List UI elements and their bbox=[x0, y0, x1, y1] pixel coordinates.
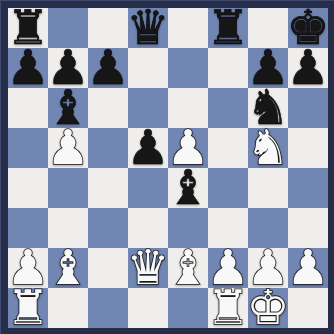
piece-black-pawn[interactable]: ♟ bbox=[126, 123, 169, 171]
piece-black-pawn[interactable]: ♟ bbox=[286, 43, 329, 91]
square-e8[interactable] bbox=[168, 8, 208, 48]
square-f8[interactable]: ♜ bbox=[208, 8, 248, 48]
square-c5[interactable] bbox=[88, 128, 128, 168]
square-f4[interactable] bbox=[208, 168, 248, 208]
square-e4[interactable]: ♝ bbox=[168, 168, 208, 208]
board-frame: ♜♛♜♚♟♟♟♟♟♝♞♟♟♟♞♝♟♝♛♝♟♟♟♜♜♚ bbox=[0, 0, 334, 334]
piece-white-pawn[interactable]: ♟ bbox=[46, 123, 89, 171]
square-e2[interactable]: ♝ bbox=[168, 248, 208, 288]
square-e7[interactable] bbox=[168, 48, 208, 88]
square-a1[interactable]: ♜ bbox=[8, 288, 48, 328]
square-c3[interactable] bbox=[88, 208, 128, 248]
piece-white-rook[interactable]: ♜ bbox=[6, 283, 49, 331]
square-f1[interactable]: ♜ bbox=[208, 288, 248, 328]
square-h7[interactable]: ♟ bbox=[288, 48, 328, 88]
square-c1[interactable] bbox=[88, 288, 128, 328]
piece-white-bishop[interactable]: ♝ bbox=[166, 243, 209, 291]
piece-black-pawn[interactable]: ♟ bbox=[6, 43, 49, 91]
square-b5[interactable]: ♟ bbox=[48, 128, 88, 168]
square-a5[interactable] bbox=[8, 128, 48, 168]
piece-white-rook[interactable]: ♜ bbox=[206, 283, 249, 331]
square-c2[interactable] bbox=[88, 248, 128, 288]
square-h2[interactable]: ♟ bbox=[288, 248, 328, 288]
piece-white-knight[interactable]: ♞ bbox=[246, 123, 289, 171]
piece-white-queen[interactable]: ♛ bbox=[126, 243, 169, 291]
square-f5[interactable] bbox=[208, 128, 248, 168]
piece-white-bishop[interactable]: ♝ bbox=[46, 243, 89, 291]
square-f6[interactable] bbox=[208, 88, 248, 128]
piece-black-bishop[interactable]: ♝ bbox=[166, 163, 209, 211]
piece-black-queen[interactable]: ♛ bbox=[126, 3, 169, 51]
square-g5[interactable]: ♞ bbox=[248, 128, 288, 168]
piece-white-king[interactable]: ♚ bbox=[246, 283, 289, 331]
square-d5[interactable]: ♟ bbox=[128, 128, 168, 168]
piece-black-rook[interactable]: ♜ bbox=[206, 3, 249, 51]
square-g1[interactable]: ♚ bbox=[248, 288, 288, 328]
square-c4[interactable] bbox=[88, 168, 128, 208]
square-h4[interactable] bbox=[288, 168, 328, 208]
chess-board: ♜♛♜♚♟♟♟♟♟♝♞♟♟♟♞♝♟♝♛♝♟♟♟♜♜♚ bbox=[8, 8, 328, 328]
square-a7[interactable]: ♟ bbox=[8, 48, 48, 88]
piece-white-pawn[interactable]: ♟ bbox=[286, 243, 329, 291]
square-d2[interactable]: ♛ bbox=[128, 248, 168, 288]
piece-black-pawn[interactable]: ♟ bbox=[86, 43, 129, 91]
square-h5[interactable] bbox=[288, 128, 328, 168]
square-b2[interactable]: ♝ bbox=[48, 248, 88, 288]
square-c7[interactable]: ♟ bbox=[88, 48, 128, 88]
square-d8[interactable]: ♛ bbox=[128, 8, 168, 48]
square-a4[interactable] bbox=[8, 168, 48, 208]
